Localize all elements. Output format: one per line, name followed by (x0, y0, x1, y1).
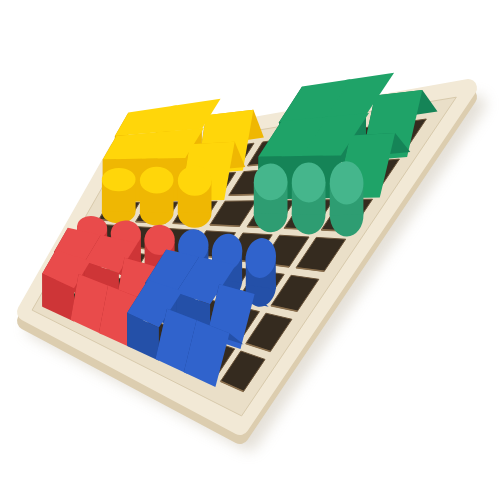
block-green-cylinder-r2c4[interactable] (253, 163, 287, 232)
block-yellow-cylinder-r2c0[interactable] (102, 168, 136, 224)
product-photo-stage (0, 0, 500, 500)
block-yellow-cylinder-r2c1[interactable] (140, 166, 174, 225)
shape-blocks-board-scene (0, 0, 500, 500)
block-green-cylinder-r2c6[interactable] (329, 161, 363, 237)
block-green-cylinder-r2c5[interactable] (291, 162, 325, 235)
block-yellow-cylinder-r2c2[interactable] (178, 165, 212, 228)
